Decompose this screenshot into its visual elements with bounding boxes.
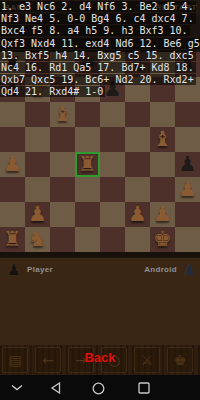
square-d4[interactable]: ♜ <box>75 152 100 177</box>
square-c4[interactable] <box>50 152 75 177</box>
square-e3[interactable] <box>100 177 125 202</box>
square-d5[interactable] <box>75 127 100 152</box>
square-h2[interactable] <box>175 202 200 227</box>
black-player-pawn-icon: ♟ <box>183 261 196 279</box>
moves-line: Qxb7 Qxc5 19. Bc6+ Nd2 20. Rxd2+ <box>0 74 200 86</box>
square-c3[interactable] <box>50 177 75 202</box>
square-f6[interactable] <box>125 102 150 127</box>
android-nav-bar <box>0 375 200 400</box>
moves-line: Nc4 16. Rd1 Qa5 17. Bd7+ Kd8 18. <box>0 62 200 74</box>
square-h4[interactable]: ♟ <box>175 152 200 177</box>
square-e6[interactable] <box>100 102 125 127</box>
black-pawn: ♟ <box>178 152 197 177</box>
moves-line: Bxc4 f5 8. a4 h5 9. h3 Bxf3 10. <box>0 25 200 37</box>
square-e2[interactable] <box>100 202 125 227</box>
square-c1[interactable] <box>50 227 75 252</box>
square-f5[interactable] <box>125 127 150 152</box>
square-a6[interactable] <box>0 102 25 127</box>
moves-line: Qxf3 Nxd4 11. exd4 Nd6 12. Be6 g5 <box>0 38 200 50</box>
white-player-label: Player <box>27 265 53 274</box>
square-g3[interactable] <box>150 177 175 202</box>
moves-line: 13. Bxf5 h4 14. Bxg5 c5 15. dxc5 <box>0 50 200 62</box>
chess-app-screen: BACK RESTART ♜♚♝♜♟♛♟♝♝♟♜♟♟♟♟♟♜♞♚ 1. e3 N… <box>0 0 200 400</box>
square-c2[interactable] <box>50 202 75 227</box>
square-h6[interactable] <box>175 102 200 127</box>
square-f3[interactable] <box>125 177 150 202</box>
square-e5[interactable] <box>100 127 125 152</box>
white-rook: ♜ <box>78 152 97 177</box>
square-h1[interactable] <box>175 227 200 252</box>
white-bishop: ♝ <box>153 127 172 152</box>
wood-panel: ♟ Player Android ♟ <box>0 257 200 345</box>
square-b5[interactable] <box>25 127 50 152</box>
square-c6[interactable]: ♝ <box>50 102 75 127</box>
square-a5[interactable] <box>0 127 25 152</box>
white-knight: ♞ <box>28 227 47 252</box>
moves-line: Qd4 21. Rxd4# 1-0 <box>0 86 200 98</box>
black-player-label: Android <box>144 265 177 274</box>
white-bishop: ♝ <box>53 102 72 127</box>
white-pawn: ♟ <box>153 202 172 227</box>
nav-back-icon[interactable] <box>50 382 62 394</box>
square-c5[interactable] <box>50 127 75 152</box>
square-e1[interactable] <box>100 227 125 252</box>
square-g4[interactable] <box>150 152 175 177</box>
nav-home-icon[interactable] <box>92 382 105 395</box>
square-b1[interactable]: ♞ <box>25 227 50 252</box>
square-b4[interactable] <box>25 152 50 177</box>
white-king: ♚ <box>153 227 172 252</box>
square-f1[interactable] <box>125 227 150 252</box>
nav-recents-icon[interactable] <box>138 382 150 394</box>
square-b3[interactable] <box>25 177 50 202</box>
square-g1[interactable]: ♚ <box>150 227 175 252</box>
moves-line: 1. e3 Nc6 2. d4 Nf6 3. Be2 d5 4. <box>0 1 200 13</box>
moves-notation-overlay: 1. e3 Nc6 2. d4 Nf6 3. Be2 d5 4.Nf3 Ne4 … <box>0 0 200 99</box>
back-menu-button[interactable]: Back <box>0 350 200 365</box>
chevron-down-icon[interactable] <box>11 384 23 392</box>
square-g5[interactable]: ♝ <box>150 127 175 152</box>
square-d2[interactable] <box>75 202 100 227</box>
white-pawn: ♟ <box>178 177 197 202</box>
square-a4[interactable]: ♟ <box>0 152 25 177</box>
square-g6[interactable] <box>150 102 175 127</box>
white-player-pawn-icon: ♟ <box>7 261 20 279</box>
square-a3[interactable] <box>0 177 25 202</box>
square-a2[interactable] <box>0 202 25 227</box>
square-d1[interactable] <box>75 227 100 252</box>
square-d6[interactable] <box>75 102 100 127</box>
square-g2[interactable]: ♟ <box>150 202 175 227</box>
square-a1[interactable]: ♜ <box>0 227 25 252</box>
square-e4[interactable] <box>100 152 125 177</box>
white-pawn: ♟ <box>128 202 147 227</box>
square-f2[interactable]: ♟ <box>125 202 150 227</box>
moves-line: Nf3 Ne4 5. 0-0 Bg4 6. c4 dxc4 7. <box>0 13 200 25</box>
square-b2[interactable]: ♟ <box>25 202 50 227</box>
square-h3[interactable]: ♟ <box>175 177 200 202</box>
square-f4[interactable] <box>125 152 150 177</box>
white-pawn: ♟ <box>28 202 47 227</box>
square-d3[interactable] <box>75 177 100 202</box>
square-h5[interactable] <box>175 127 200 152</box>
player-bar: ♟ Player Android ♟ <box>0 257 200 284</box>
white-rook: ♜ <box>3 227 22 252</box>
square-b6[interactable] <box>25 102 50 127</box>
white-pawn: ♟ <box>3 152 22 177</box>
